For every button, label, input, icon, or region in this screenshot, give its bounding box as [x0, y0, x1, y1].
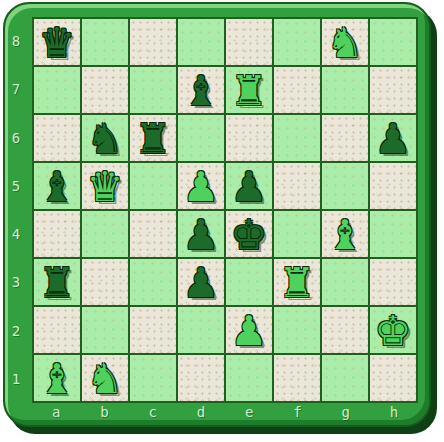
square-c6[interactable]: ♜ [130, 115, 176, 161]
rank-label-5: 5 [4, 162, 28, 210]
square-h5[interactable] [370, 163, 416, 209]
square-h2[interactable]: ♚ [370, 307, 416, 353]
square-b7[interactable] [82, 67, 128, 113]
square-g3[interactable] [322, 259, 368, 305]
square-c3[interactable] [130, 259, 176, 305]
square-f1[interactable] [274, 355, 320, 401]
black-pawn-h6: ♟ [375, 119, 412, 160]
square-g2[interactable] [322, 307, 368, 353]
square-e3[interactable] [226, 259, 272, 305]
square-f3[interactable]: ♜ [274, 259, 320, 305]
square-d8[interactable] [178, 19, 224, 65]
square-c4[interactable] [130, 211, 176, 257]
square-d6[interactable] [178, 115, 224, 161]
square-c5[interactable] [130, 163, 176, 209]
chess-board: ♛♞♝♜♞♜♟♝♛♟♟♟♚♝♜♟♜♟♚♝♞ [32, 17, 418, 403]
square-f4[interactable] [274, 211, 320, 257]
square-c8[interactable] [130, 19, 176, 65]
square-h1[interactable] [370, 355, 416, 401]
black-rook-a3: ♜ [39, 263, 76, 304]
square-h6[interactable]: ♟ [370, 115, 416, 161]
white-bishop-g4: ♝ [327, 215, 364, 256]
square-e7[interactable]: ♜ [226, 67, 272, 113]
square-h3[interactable] [370, 259, 416, 305]
rank-label-8: 8 [4, 17, 28, 65]
square-b4[interactable] [82, 211, 128, 257]
square-c2[interactable] [130, 307, 176, 353]
square-h8[interactable] [370, 19, 416, 65]
file-label-c: c [129, 402, 177, 422]
file-label-f: f [273, 402, 321, 422]
rank-label-3: 3 [4, 258, 28, 306]
file-label-a: a [32, 402, 80, 422]
black-knight-b6: ♞ [87, 119, 124, 160]
black-pawn-d3: ♟ [183, 263, 220, 304]
file-label-b: b [80, 402, 128, 422]
square-a3[interactable]: ♜ [34, 259, 80, 305]
square-h4[interactable] [370, 211, 416, 257]
square-b3[interactable] [82, 259, 128, 305]
square-d7[interactable]: ♝ [178, 67, 224, 113]
black-pawn-d4: ♟ [183, 215, 220, 256]
rank-label-2: 2 [4, 307, 28, 355]
square-a4[interactable] [34, 211, 80, 257]
white-pawn-e2: ♟ [231, 311, 268, 352]
square-a2[interactable] [34, 307, 80, 353]
rank-label-6: 6 [4, 114, 28, 162]
file-label-g: g [322, 402, 370, 422]
white-rook-e7: ♜ [231, 71, 268, 112]
white-bishop-a1: ♝ [39, 359, 76, 400]
square-f8[interactable] [274, 19, 320, 65]
square-g1[interactable] [322, 355, 368, 401]
square-b1[interactable]: ♞ [82, 355, 128, 401]
square-a6[interactable] [34, 115, 80, 161]
file-label-e: e [225, 402, 273, 422]
file-label-d: d [177, 402, 225, 422]
square-e8[interactable] [226, 19, 272, 65]
square-f2[interactable] [274, 307, 320, 353]
square-g8[interactable]: ♞ [322, 19, 368, 65]
square-e4[interactable]: ♚ [226, 211, 272, 257]
square-e2[interactable]: ♟ [226, 307, 272, 353]
square-a1[interactable]: ♝ [34, 355, 80, 401]
square-g4[interactable]: ♝ [322, 211, 368, 257]
square-g5[interactable] [322, 163, 368, 209]
square-c1[interactable] [130, 355, 176, 401]
square-g7[interactable] [322, 67, 368, 113]
file-label-h: h [370, 402, 418, 422]
white-knight-b1: ♞ [87, 359, 124, 400]
square-f7[interactable] [274, 67, 320, 113]
square-d2[interactable] [178, 307, 224, 353]
rank-label-1: 1 [4, 355, 28, 403]
file-labels: abcdefgh [32, 402, 418, 422]
black-bishop-a5: ♝ [39, 167, 76, 208]
white-rook-f3: ♜ [279, 263, 316, 304]
rank-label-4: 4 [4, 210, 28, 258]
white-king-h2: ♚ [375, 311, 412, 352]
square-b6[interactable]: ♞ [82, 115, 128, 161]
square-d4[interactable]: ♟ [178, 211, 224, 257]
square-e5[interactable]: ♟ [226, 163, 272, 209]
black-king-e4: ♚ [231, 215, 268, 256]
square-h7[interactable] [370, 67, 416, 113]
square-a7[interactable] [34, 67, 80, 113]
square-g6[interactable] [322, 115, 368, 161]
square-f6[interactable] [274, 115, 320, 161]
rank-labels: 87654321 [4, 17, 28, 403]
square-e1[interactable] [226, 355, 272, 401]
square-b2[interactable] [82, 307, 128, 353]
square-d5[interactable]: ♟ [178, 163, 224, 209]
square-a8[interactable]: ♛ [34, 19, 80, 65]
white-pawn-d5: ♟ [183, 167, 220, 208]
rank-label-7: 7 [4, 65, 28, 113]
black-pawn-e5: ♟ [231, 167, 268, 208]
black-bishop-d7: ♝ [183, 71, 220, 112]
square-f5[interactable] [274, 163, 320, 209]
square-c7[interactable] [130, 67, 176, 113]
square-b8[interactable] [82, 19, 128, 65]
square-d3[interactable]: ♟ [178, 259, 224, 305]
white-queen-b5: ♛ [87, 167, 124, 208]
square-a5[interactable]: ♝ [34, 163, 80, 209]
black-rook-c6: ♜ [135, 119, 172, 160]
square-d1[interactable] [178, 355, 224, 401]
square-e6[interactable] [226, 115, 272, 161]
square-b5[interactable]: ♛ [82, 163, 128, 209]
black-queen-a8: ♛ [39, 23, 76, 64]
white-knight-g8: ♞ [327, 23, 364, 64]
